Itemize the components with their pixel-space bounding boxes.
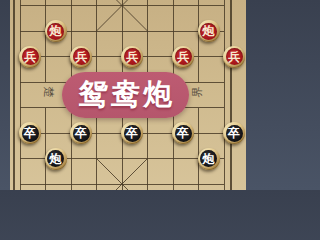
piece-character: 卒 [75, 127, 87, 139]
piece-red-soldier[interactable]: 兵 [19, 46, 41, 68]
piece-character: 兵 [75, 51, 87, 63]
piece-character: 炮 [203, 153, 215, 165]
piece-face: 卒 [226, 125, 243, 142]
piece-character: 炮 [50, 25, 62, 37]
piece-character: 炮 [50, 153, 62, 165]
piece-character: 兵 [228, 51, 240, 63]
piece-character: 卒 [177, 127, 189, 139]
piece-red-soldier[interactable]: 兵 [172, 46, 194, 68]
piece-red-soldier[interactable]: 兵 [223, 46, 245, 68]
piece-black-soldier[interactable]: 卒 [223, 122, 245, 144]
piece-face: 兵 [73, 48, 90, 65]
piece-face: 兵 [175, 48, 192, 65]
piece-face: 炮 [47, 150, 64, 167]
piece-red-soldier[interactable]: 兵 [121, 46, 143, 68]
piece-black-soldier[interactable]: 卒 [19, 122, 41, 144]
piece-face: 炮 [200, 150, 217, 167]
piece-face: 兵 [22, 48, 39, 65]
piece-character: 卒 [24, 127, 36, 139]
piece-character: 卒 [126, 127, 138, 139]
piece-face: 卒 [73, 125, 90, 142]
piece-black-soldier[interactable]: 卒 [172, 122, 194, 144]
piece-face: 卒 [124, 125, 141, 142]
xiangqi-app-screen: { "game": "xiangqi (Chinese chess)", "ba… [0, 0, 253, 190]
piece-black-soldier[interactable]: 卒 [70, 122, 92, 144]
piece-black-cannon[interactable]: 炮 [198, 148, 220, 170]
piece-character: 兵 [177, 51, 189, 63]
piece-face: 兵 [226, 48, 243, 65]
piece-red-cannon[interactable]: 炮 [198, 20, 220, 42]
river-label-left: 楚 [43, 87, 55, 98]
piece-character: 卒 [228, 127, 240, 139]
piece-face: 炮 [47, 23, 64, 40]
piece-black-cannon[interactable]: 炮 [45, 148, 67, 170]
piece-face: 卒 [22, 125, 39, 142]
piece-face: 炮 [200, 23, 217, 40]
piece-red-cannon[interactable]: 炮 [45, 20, 67, 42]
opening-name-text: 鸳鸯炮 [76, 75, 175, 115]
piece-face: 卒 [175, 125, 192, 142]
piece-character: 炮 [203, 25, 215, 37]
piece-character: 兵 [126, 51, 138, 63]
opening-name-banner: 鸳鸯炮 [62, 72, 189, 118]
piece-character: 兵 [24, 51, 36, 63]
piece-face: 兵 [124, 48, 141, 65]
river-label-right: 界 [191, 87, 203, 98]
piece-red-soldier[interactable]: 兵 [70, 46, 92, 68]
piece-black-soldier[interactable]: 卒 [121, 122, 143, 144]
